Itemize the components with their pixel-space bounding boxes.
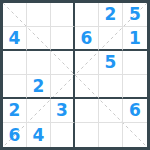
cell-r1c6[interactable]: 5 [123, 3, 147, 27]
cell-r2c6[interactable]: 1 [123, 27, 147, 51]
cell-r4c1[interactable] [3, 75, 27, 99]
cell-r1c4[interactable] [75, 3, 99, 27]
cell-r5c1[interactable]: 2 [3, 99, 27, 123]
cell-r6c1[interactable]: 6 [3, 123, 27, 147]
cell-r2c3[interactable] [51, 27, 75, 51]
cell-r1c3[interactable] [51, 3, 75, 27]
cell-r3c5[interactable]: 5 [99, 51, 123, 75]
cell-r2c1[interactable]: 4 [3, 27, 27, 51]
cell-r4c3[interactable] [51, 75, 75, 99]
cell-r1c5[interactable]: 2 [99, 3, 123, 27]
cell-r6c2[interactable]: 4 [27, 123, 51, 147]
sudoku-grid: 2 5 4 6 1 5 2 2 3 6 6 4 [3, 3, 147, 147]
cell-r5c2[interactable] [27, 99, 51, 123]
cell-r3c1[interactable] [3, 51, 27, 75]
cell-r3c2[interactable] [27, 51, 51, 75]
cell-r5c5[interactable] [99, 99, 123, 123]
cell-r6c5[interactable] [99, 123, 123, 147]
sudoku-board: 2 5 4 6 1 5 2 2 3 6 6 4 [0, 0, 150, 150]
cell-r4c5[interactable] [99, 75, 123, 99]
cell-r6c3[interactable] [51, 123, 75, 147]
cell-r6c6[interactable] [123, 123, 147, 147]
cell-r2c5[interactable] [99, 27, 123, 51]
cell-r5c6[interactable]: 6 [123, 99, 147, 123]
cell-r2c2[interactable] [27, 27, 51, 51]
cell-r2c4[interactable]: 6 [75, 27, 99, 51]
cell-r5c4[interactable] [75, 99, 99, 123]
cell-r6c4[interactable] [75, 123, 99, 147]
cell-r5c3[interactable]: 3 [51, 99, 75, 123]
cell-r4c4[interactable] [75, 75, 99, 99]
cell-r4c6[interactable] [123, 75, 147, 99]
cell-r3c6[interactable] [123, 51, 147, 75]
cell-r3c4[interactable] [75, 51, 99, 75]
cell-r4c2[interactable]: 2 [27, 75, 51, 99]
cell-r1c2[interactable] [27, 3, 51, 27]
cell-r3c3[interactable] [51, 51, 75, 75]
cell-r1c1[interactable] [3, 3, 27, 27]
